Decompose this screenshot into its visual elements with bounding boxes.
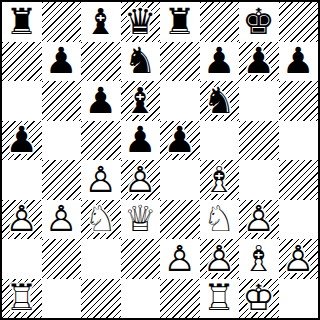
black-king[interactable]: ♚ xyxy=(239,2,279,42)
white-bishop[interactable]: ♝♗ xyxy=(200,160,240,200)
square-f4[interactable]: ♝♗ xyxy=(200,160,240,200)
square-f2[interactable]: ♟♙ xyxy=(200,239,240,279)
square-a8[interactable]: ♜ xyxy=(2,2,42,42)
square-b6[interactable] xyxy=(42,81,82,121)
white-pawn[interactable]: ♟♙ xyxy=(160,239,200,279)
black-pawn[interactable]: ♟ xyxy=(121,121,161,161)
square-e5[interactable]: ♟ xyxy=(160,121,200,161)
square-b5[interactable] xyxy=(42,121,82,161)
white-bishop-glyph: ♗ xyxy=(203,162,235,198)
square-d4[interactable]: ♟♙ xyxy=(121,160,161,200)
square-g4[interactable] xyxy=(239,160,279,200)
square-c1[interactable] xyxy=(81,279,121,319)
square-f1[interactable]: ♜♖ xyxy=(200,279,240,319)
black-pawn[interactable]: ♟ xyxy=(279,42,319,82)
white-rook[interactable]: ♜♖ xyxy=(200,279,240,319)
square-a1[interactable]: ♜♖ xyxy=(2,279,42,319)
white-pawn-glyph: ♙ xyxy=(203,241,235,277)
square-b7[interactable]: ♟ xyxy=(42,42,82,82)
square-f5[interactable] xyxy=(200,121,240,161)
black-bishop[interactable]: ♝ xyxy=(81,2,121,42)
white-bishop[interactable]: ♝♗ xyxy=(239,239,279,279)
white-knight-glyph: ♘ xyxy=(203,201,235,237)
square-a2[interactable] xyxy=(2,239,42,279)
square-g7[interactable]: ♟ xyxy=(239,42,279,82)
chess-board: ♜♝♛♜♚♟♞♟♟♟♟♝♞♟♟♟♟♙♟♙♝♗♟♙♟♙♞♘♛♕♞♘♟♙♟♙♟♙♝♗… xyxy=(0,0,320,320)
square-d6[interactable]: ♝ xyxy=(121,81,161,121)
white-pawn[interactable]: ♟♙ xyxy=(42,200,82,240)
square-e7[interactable] xyxy=(160,42,200,82)
white-pawn-glyph: ♙ xyxy=(282,241,314,277)
square-d5[interactable]: ♟ xyxy=(121,121,161,161)
square-a3[interactable]: ♟♙ xyxy=(2,200,42,240)
square-g6[interactable] xyxy=(239,81,279,121)
square-d3[interactable]: ♛♕ xyxy=(121,200,161,240)
square-e3[interactable] xyxy=(160,200,200,240)
white-knight-glyph: ♘ xyxy=(85,201,117,237)
square-b4[interactable] xyxy=(42,160,82,200)
black-pawn[interactable]: ♟ xyxy=(42,42,82,82)
square-f7[interactable]: ♟ xyxy=(200,42,240,82)
black-knight[interactable]: ♞ xyxy=(121,42,161,82)
square-c2[interactable] xyxy=(81,239,121,279)
black-rook[interactable]: ♜ xyxy=(160,2,200,42)
white-pawn-glyph: ♙ xyxy=(6,201,38,237)
square-b8[interactable] xyxy=(42,2,82,42)
white-pawn[interactable]: ♟♙ xyxy=(239,200,279,240)
white-pawn[interactable]: ♟♙ xyxy=(200,239,240,279)
white-pawn[interactable]: ♟♙ xyxy=(121,160,161,200)
square-c4[interactable]: ♟♙ xyxy=(81,160,121,200)
white-king[interactable]: ♚♔ xyxy=(239,279,279,319)
square-h2[interactable]: ♟♙ xyxy=(279,239,319,279)
black-bishop[interactable]: ♝ xyxy=(121,81,161,121)
square-h7[interactable]: ♟ xyxy=(279,42,319,82)
square-a5[interactable]: ♟ xyxy=(2,121,42,161)
white-knight[interactable]: ♞♘ xyxy=(200,200,240,240)
white-king-glyph: ♔ xyxy=(243,280,275,316)
square-f3[interactable]: ♞♘ xyxy=(200,200,240,240)
white-knight[interactable]: ♞♘ xyxy=(81,200,121,240)
square-a4[interactable] xyxy=(2,160,42,200)
white-queen[interactable]: ♛♕ xyxy=(121,200,161,240)
square-e6[interactable] xyxy=(160,81,200,121)
square-h8[interactable] xyxy=(279,2,319,42)
square-g2[interactable]: ♝♗ xyxy=(239,239,279,279)
square-b3[interactable]: ♟♙ xyxy=(42,200,82,240)
white-bishop-glyph: ♗ xyxy=(243,241,275,277)
square-a6[interactable] xyxy=(2,81,42,121)
square-h5[interactable] xyxy=(279,121,319,161)
white-pawn-glyph: ♙ xyxy=(124,162,156,198)
square-c6[interactable]: ♟ xyxy=(81,81,121,121)
black-pawn[interactable]: ♟ xyxy=(160,121,200,161)
square-h1[interactable] xyxy=(279,279,319,319)
white-pawn-glyph: ♙ xyxy=(243,201,275,237)
square-f8[interactable] xyxy=(200,2,240,42)
black-queen[interactable]: ♛ xyxy=(121,2,161,42)
square-b2[interactable] xyxy=(42,239,82,279)
white-pawn-glyph: ♙ xyxy=(164,241,196,277)
white-pawn[interactable]: ♟♙ xyxy=(279,239,319,279)
square-h4[interactable] xyxy=(279,160,319,200)
square-a7[interactable] xyxy=(2,42,42,82)
square-d7[interactable]: ♞ xyxy=(121,42,161,82)
black-pawn[interactable]: ♟ xyxy=(200,42,240,82)
square-f6[interactable]: ♞ xyxy=(200,81,240,121)
white-pawn-glyph: ♙ xyxy=(85,162,117,198)
square-g8[interactable]: ♚ xyxy=(239,2,279,42)
chess-diagram: ♜♝♛♜♚♟♞♟♟♟♟♝♞♟♟♟♟♙♟♙♝♗♟♙♟♙♞♘♛♕♞♘♟♙♟♙♟♙♝♗… xyxy=(0,0,320,320)
square-g5[interactable] xyxy=(239,121,279,161)
black-pawn[interactable]: ♟ xyxy=(2,121,42,161)
square-c3[interactable]: ♞♘ xyxy=(81,200,121,240)
white-rook-glyph: ♖ xyxy=(6,280,38,316)
square-e8[interactable]: ♜ xyxy=(160,2,200,42)
white-rook-glyph: ♖ xyxy=(203,280,235,316)
white-pawn-glyph: ♙ xyxy=(45,201,77,237)
square-h3[interactable] xyxy=(279,200,319,240)
black-rook[interactable]: ♜ xyxy=(2,2,42,42)
white-pawn[interactable]: ♟♙ xyxy=(2,200,42,240)
white-rook[interactable]: ♜♖ xyxy=(2,279,42,319)
square-e2[interactable]: ♟♙ xyxy=(160,239,200,279)
square-c8[interactable]: ♝ xyxy=(81,2,121,42)
black-knight[interactable]: ♞ xyxy=(200,81,240,121)
square-g3[interactable]: ♟♙ xyxy=(239,200,279,240)
square-b1[interactable] xyxy=(42,279,82,319)
white-queen-glyph: ♕ xyxy=(124,201,156,237)
square-h6[interactable] xyxy=(279,81,319,121)
black-pawn[interactable]: ♟ xyxy=(81,81,121,121)
square-d1[interactable] xyxy=(121,279,161,319)
square-d2[interactable] xyxy=(121,239,161,279)
square-e4[interactable] xyxy=(160,160,200,200)
square-c7[interactable] xyxy=(81,42,121,82)
square-g1[interactable]: ♚♔ xyxy=(239,279,279,319)
white-pawn[interactable]: ♟♙ xyxy=(81,160,121,200)
square-c5[interactable] xyxy=(81,121,121,161)
square-d8[interactable]: ♛ xyxy=(121,2,161,42)
black-pawn[interactable]: ♟ xyxy=(239,42,279,82)
square-e1[interactable] xyxy=(160,279,200,319)
